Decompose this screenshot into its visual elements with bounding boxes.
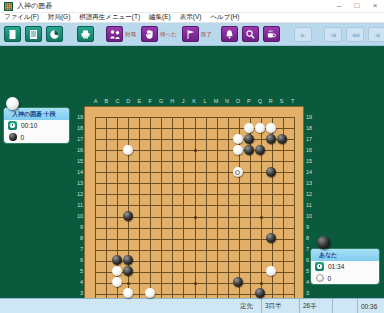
- board-point-S14[interactable]: [276, 167, 287, 178]
- board-point-B18[interactable]: [101, 123, 112, 134]
- board-point-E18[interactable]: [134, 123, 145, 134]
- board-point-J19[interactable]: [178, 112, 189, 123]
- board-point-B13[interactable]: [101, 178, 112, 189]
- board-point-E3[interactable]: [134, 287, 145, 298]
- board-point-E6[interactable]: [134, 254, 145, 265]
- board-point-G13[interactable]: [156, 178, 167, 189]
- board-point-R3[interactable]: [265, 287, 276, 298]
- board-point-L17[interactable]: [199, 134, 210, 145]
- board-point-R17[interactable]: [265, 134, 276, 145]
- board-point-Q11[interactable]: [254, 200, 265, 211]
- board-point-C10[interactable]: [112, 211, 123, 222]
- board-point-A7[interactable]: [90, 243, 101, 254]
- board-point-S19[interactable]: [276, 112, 287, 123]
- board-point-K13[interactable]: [189, 178, 200, 189]
- board-point-A4[interactable]: [90, 276, 101, 287]
- board-point-P13[interactable]: [243, 178, 254, 189]
- board-point-R16[interactable]: [265, 145, 276, 156]
- board-point-J7[interactable]: [178, 243, 189, 254]
- board-point-O1[interactable]: [232, 309, 243, 313]
- board-point-K14[interactable]: [189, 167, 200, 178]
- board-point-D18[interactable]: [123, 123, 134, 134]
- board-point-T1[interactable]: [287, 309, 298, 313]
- board-point-A1[interactable]: [90, 309, 101, 313]
- board-point-K10[interactable]: [189, 211, 200, 222]
- close-button[interactable]: ×: [366, 0, 384, 12]
- board-point-S3[interactable]: [276, 287, 287, 298]
- board-point-O3[interactable]: [232, 287, 243, 298]
- play-button[interactable]: ▶: [294, 27, 312, 42]
- board-point-K7[interactable]: [189, 243, 200, 254]
- board-point-K11[interactable]: [189, 200, 200, 211]
- board-point-G7[interactable]: [156, 243, 167, 254]
- board-point-A17[interactable]: [90, 134, 101, 145]
- board-point-T2[interactable]: [287, 298, 298, 309]
- board-point-G12[interactable]: [156, 189, 167, 200]
- board-point-K19[interactable]: [189, 112, 200, 123]
- maximize-button[interactable]: □: [348, 0, 366, 12]
- board-point-F11[interactable]: [145, 200, 156, 211]
- board-point-R6[interactable]: [265, 254, 276, 265]
- board-point-L10[interactable]: [199, 211, 210, 222]
- board-point-B7[interactable]: [101, 243, 112, 254]
- board-point-S8[interactable]: [276, 232, 287, 243]
- board-point-E9[interactable]: [134, 221, 145, 232]
- board-point-N8[interactable]: [221, 232, 232, 243]
- board-point-J9[interactable]: [178, 221, 189, 232]
- board-point-C16[interactable]: [112, 145, 123, 156]
- board-point-F16[interactable]: [145, 145, 156, 156]
- board-point-N7[interactable]: [221, 243, 232, 254]
- board-point-M6[interactable]: [210, 254, 221, 265]
- board-point-M4[interactable]: [210, 276, 221, 287]
- board-point-D13[interactable]: [123, 178, 134, 189]
- board-point-A13[interactable]: [90, 178, 101, 189]
- board-point-L5[interactable]: [199, 265, 210, 276]
- menu-item-0[interactable]: ファイル(F): [4, 13, 39, 22]
- board-point-J5[interactable]: [178, 265, 189, 276]
- board-point-N17[interactable]: [221, 134, 232, 145]
- board-point-H15[interactable]: [167, 156, 178, 167]
- board-point-F19[interactable]: [145, 112, 156, 123]
- board-point-O19[interactable]: [232, 112, 243, 123]
- board-point-F15[interactable]: [145, 156, 156, 167]
- board-point-O14[interactable]: [232, 167, 243, 178]
- board-point-S17[interactable]: [276, 134, 287, 145]
- board-point-S7[interactable]: [276, 243, 287, 254]
- board-point-T18[interactable]: [287, 123, 298, 134]
- board-point-K17[interactable]: [189, 134, 200, 145]
- board-point-C6[interactable]: [112, 254, 123, 265]
- board-point-L3[interactable]: [199, 287, 210, 298]
- board-point-T9[interactable]: [287, 221, 298, 232]
- board-point-J6[interactable]: [178, 254, 189, 265]
- board-point-M10[interactable]: [210, 211, 221, 222]
- board-point-O2[interactable]: [232, 298, 243, 309]
- board-point-J2[interactable]: [178, 298, 189, 309]
- board-point-C3[interactable]: [112, 287, 123, 298]
- board-point-O17[interactable]: [232, 134, 243, 145]
- board-point-J13[interactable]: [178, 178, 189, 189]
- board-point-P10[interactable]: [243, 211, 254, 222]
- board-point-E10[interactable]: [134, 211, 145, 222]
- board-point-N18[interactable]: [221, 123, 232, 134]
- board-point-N4[interactable]: [221, 276, 232, 287]
- board-point-N12[interactable]: [221, 189, 232, 200]
- board-point-F12[interactable]: [145, 189, 156, 200]
- board-point-H7[interactable]: [167, 243, 178, 254]
- board-point-R1[interactable]: [265, 309, 276, 313]
- board-point-N13[interactable]: [221, 178, 232, 189]
- board-point-L4[interactable]: [199, 276, 210, 287]
- board-point-R19[interactable]: [265, 112, 276, 123]
- board-point-R13[interactable]: [265, 178, 276, 189]
- board-point-K6[interactable]: [189, 254, 200, 265]
- board-point-L13[interactable]: [199, 178, 210, 189]
- board-point-E15[interactable]: [134, 156, 145, 167]
- board-point-E8[interactable]: [134, 232, 145, 243]
- board-point-D10[interactable]: [123, 211, 134, 222]
- board-point-S4[interactable]: [276, 276, 287, 287]
- board-point-M1[interactable]: [210, 309, 221, 313]
- board-point-D19[interactable]: [123, 112, 134, 123]
- board-point-H1[interactable]: [167, 309, 178, 313]
- board-point-T7[interactable]: [287, 243, 298, 254]
- hint-button[interactable]: [242, 26, 259, 42]
- board-point-B17[interactable]: [101, 134, 112, 145]
- board-point-C9[interactable]: [112, 221, 123, 232]
- board-point-Q2[interactable]: [254, 298, 265, 309]
- board-point-K5[interactable]: [189, 265, 200, 276]
- board-point-F2[interactable]: [145, 298, 156, 309]
- board-point-S11[interactable]: [276, 200, 287, 211]
- board-point-D1[interactable]: [123, 309, 134, 313]
- board-point-P19[interactable]: [243, 112, 254, 123]
- board-point-G1[interactable]: [156, 309, 167, 313]
- board-point-H19[interactable]: [167, 112, 178, 123]
- board-point-D14[interactable]: [123, 167, 134, 178]
- print-button[interactable]: [77, 26, 94, 42]
- board-point-O13[interactable]: [232, 178, 243, 189]
- board-point-G8[interactable]: [156, 232, 167, 243]
- board-point-L12[interactable]: [199, 189, 210, 200]
- board-point-J10[interactable]: [178, 211, 189, 222]
- board-point-N19[interactable]: [221, 112, 232, 123]
- board-point-N5[interactable]: [221, 265, 232, 276]
- board-point-D6[interactable]: [123, 254, 134, 265]
- board-point-G6[interactable]: [156, 254, 167, 265]
- board-point-H12[interactable]: [167, 189, 178, 200]
- board-point-P16[interactable]: [243, 145, 254, 156]
- board-point-E13[interactable]: [134, 178, 145, 189]
- board-point-P14[interactable]: [243, 167, 254, 178]
- board-point-L14[interactable]: [199, 167, 210, 178]
- board-point-A5[interactable]: [90, 265, 101, 276]
- board-point-A9[interactable]: [90, 221, 101, 232]
- board-point-M8[interactable]: [210, 232, 221, 243]
- board-point-P18[interactable]: [243, 123, 254, 134]
- board-point-D17[interactable]: [123, 134, 134, 145]
- board-point-Q4[interactable]: [254, 276, 265, 287]
- board-point-N15[interactable]: [221, 156, 232, 167]
- board-point-G17[interactable]: [156, 134, 167, 145]
- board-point-G5[interactable]: [156, 265, 167, 276]
- board-point-P12[interactable]: [243, 189, 254, 200]
- menu-item-3[interactable]: 編集(E): [149, 13, 171, 22]
- board-point-O8[interactable]: [232, 232, 243, 243]
- resign-button[interactable]: [182, 26, 199, 42]
- board-point-J8[interactable]: [178, 232, 189, 243]
- menu-item-1[interactable]: 対局(G): [48, 13, 70, 22]
- board-point-T6[interactable]: [287, 254, 298, 265]
- board-point-P8[interactable]: [243, 232, 254, 243]
- board-point-B12[interactable]: [101, 189, 112, 200]
- board-point-Q9[interactable]: [254, 221, 265, 232]
- board-point-B8[interactable]: [101, 232, 112, 243]
- board-point-Q5[interactable]: [254, 265, 265, 276]
- board-point-O18[interactable]: [232, 123, 243, 134]
- board-point-P4[interactable]: [243, 276, 254, 287]
- board-point-P17[interactable]: [243, 134, 254, 145]
- board-point-T8[interactable]: [287, 232, 298, 243]
- board-point-N9[interactable]: [221, 221, 232, 232]
- board-point-S1[interactable]: [276, 309, 287, 313]
- board-point-O6[interactable]: [232, 254, 243, 265]
- board-point-M3[interactable]: [210, 287, 221, 298]
- board-point-M15[interactable]: [210, 156, 221, 167]
- board-point-R5[interactable]: [265, 265, 276, 276]
- board-point-A12[interactable]: [90, 189, 101, 200]
- board-point-L19[interactable]: [199, 112, 210, 123]
- board-point-S9[interactable]: [276, 221, 287, 232]
- board-point-Q18[interactable]: [254, 123, 265, 134]
- board-point-B10[interactable]: [101, 211, 112, 222]
- board-point-A10[interactable]: [90, 211, 101, 222]
- board-point-P11[interactable]: [243, 200, 254, 211]
- board-point-S18[interactable]: [276, 123, 287, 134]
- board-point-B1[interactable]: [101, 309, 112, 313]
- board-point-Q1[interactable]: [254, 309, 265, 313]
- board-point-E5[interactable]: [134, 265, 145, 276]
- board-point-T5[interactable]: [287, 265, 298, 276]
- board-point-J15[interactable]: [178, 156, 189, 167]
- board-point-F4[interactable]: [145, 276, 156, 287]
- board-point-O9[interactable]: [232, 221, 243, 232]
- board-point-H14[interactable]: [167, 167, 178, 178]
- board-point-M7[interactable]: [210, 243, 221, 254]
- board-point-G19[interactable]: [156, 112, 167, 123]
- board-point-G11[interactable]: [156, 200, 167, 211]
- board-point-A19[interactable]: [90, 112, 101, 123]
- board-point-N16[interactable]: [221, 145, 232, 156]
- board-point-M13[interactable]: [210, 178, 221, 189]
- menu-item-2[interactable]: 棋譜再生メニュー(T): [79, 13, 140, 22]
- board-point-J12[interactable]: [178, 189, 189, 200]
- board-point-N1[interactable]: [221, 309, 232, 313]
- board-point-P7[interactable]: [243, 243, 254, 254]
- board-point-Q13[interactable]: [254, 178, 265, 189]
- board-point-J1[interactable]: [178, 309, 189, 313]
- board-point-R7[interactable]: [265, 243, 276, 254]
- board-point-O15[interactable]: [232, 156, 243, 167]
- board-point-M16[interactable]: [210, 145, 221, 156]
- board-point-R4[interactable]: [265, 276, 276, 287]
- board-point-G10[interactable]: [156, 211, 167, 222]
- board-point-C4[interactable]: [112, 276, 123, 287]
- board-point-B2[interactable]: [101, 298, 112, 309]
- board-point-S16[interactable]: [276, 145, 287, 156]
- board-point-R2[interactable]: [265, 298, 276, 309]
- board-point-E4[interactable]: [134, 276, 145, 287]
- step-back-button[interactable]: |◀: [324, 27, 342, 42]
- board-point-O10[interactable]: [232, 211, 243, 222]
- board-point-K4[interactable]: [189, 276, 200, 287]
- board-point-Q10[interactable]: [254, 211, 265, 222]
- board-point-H16[interactable]: [167, 145, 178, 156]
- alarm-button[interactable]: [221, 26, 238, 42]
- board-point-C11[interactable]: [112, 200, 123, 211]
- to-start-button[interactable]: ◀|: [368, 27, 384, 42]
- board-point-K18[interactable]: [189, 123, 200, 134]
- board-point-T16[interactable]: [287, 145, 298, 156]
- board-point-D15[interactable]: [123, 156, 134, 167]
- board-point-E16[interactable]: [134, 145, 145, 156]
- board-point-J4[interactable]: [178, 276, 189, 287]
- board-point-D7[interactable]: [123, 243, 134, 254]
- board-point-T4[interactable]: [287, 276, 298, 287]
- board-point-C17[interactable]: [112, 134, 123, 145]
- board-point-K1[interactable]: [189, 309, 200, 313]
- board-point-E12[interactable]: [134, 189, 145, 200]
- board-point-R14[interactable]: [265, 167, 276, 178]
- board-point-G4[interactable]: [156, 276, 167, 287]
- board-point-L9[interactable]: [199, 221, 210, 232]
- board-point-N2[interactable]: [221, 298, 232, 309]
- board-point-L7[interactable]: [199, 243, 210, 254]
- board-point-H6[interactable]: [167, 254, 178, 265]
- new-button[interactable]: [4, 26, 21, 42]
- board-point-J18[interactable]: [178, 123, 189, 134]
- board-point-T15[interactable]: [287, 156, 298, 167]
- board-point-E19[interactable]: [134, 112, 145, 123]
- board-point-T12[interactable]: [287, 189, 298, 200]
- board-point-E14[interactable]: [134, 167, 145, 178]
- open-button[interactable]: [25, 26, 42, 42]
- board-point-E2[interactable]: [134, 298, 145, 309]
- board-point-B6[interactable]: [101, 254, 112, 265]
- board-point-T10[interactable]: [287, 211, 298, 222]
- board-point-L11[interactable]: [199, 200, 210, 211]
- board-point-O4[interactable]: [232, 276, 243, 287]
- board-point-L8[interactable]: [199, 232, 210, 243]
- board-point-B11[interactable]: [101, 200, 112, 211]
- menu-item-5[interactable]: ヘルプ(H): [210, 13, 239, 22]
- board-point-D3[interactable]: [123, 287, 134, 298]
- board-point-J14[interactable]: [178, 167, 189, 178]
- board-point-G18[interactable]: [156, 123, 167, 134]
- board-point-J3[interactable]: [178, 287, 189, 298]
- board-point-Q6[interactable]: [254, 254, 265, 265]
- board-point-Q7[interactable]: [254, 243, 265, 254]
- board-point-N6[interactable]: [221, 254, 232, 265]
- board-point-J17[interactable]: [178, 134, 189, 145]
- board-point-M19[interactable]: [210, 112, 221, 123]
- board-point-K15[interactable]: [189, 156, 200, 167]
- board-point-D16[interactable]: [123, 145, 134, 156]
- board-point-G2[interactable]: [156, 298, 167, 309]
- board-point-G3[interactable]: [156, 287, 167, 298]
- board-point-A11[interactable]: [90, 200, 101, 211]
- board-point-S10[interactable]: [276, 211, 287, 222]
- board-point-F1[interactable]: [145, 309, 156, 313]
- board-point-S6[interactable]: [276, 254, 287, 265]
- board-point-A16[interactable]: [90, 145, 101, 156]
- board-point-C12[interactable]: [112, 189, 123, 200]
- board-point-H5[interactable]: [167, 265, 178, 276]
- board-point-G9[interactable]: [156, 221, 167, 232]
- board-point-D11[interactable]: [123, 200, 134, 211]
- board-point-Q19[interactable]: [254, 112, 265, 123]
- board-point-C19[interactable]: [112, 112, 123, 123]
- board-point-P2[interactable]: [243, 298, 254, 309]
- board-point-D4[interactable]: [123, 276, 134, 287]
- board-point-C15[interactable]: [112, 156, 123, 167]
- board-point-J16[interactable]: [178, 145, 189, 156]
- board-point-E7[interactable]: [134, 243, 145, 254]
- board-point-S5[interactable]: [276, 265, 287, 276]
- board-point-B16[interactable]: [101, 145, 112, 156]
- board-point-P1[interactable]: [243, 309, 254, 313]
- board-point-E1[interactable]: [134, 309, 145, 313]
- board-point-C1[interactable]: [112, 309, 123, 313]
- board-point-B15[interactable]: [101, 156, 112, 167]
- board-point-H13[interactable]: [167, 178, 178, 189]
- board-point-M14[interactable]: [210, 167, 221, 178]
- board-point-J11[interactable]: [178, 200, 189, 211]
- board-point-R10[interactable]: [265, 211, 276, 222]
- board-point-F17[interactable]: [145, 134, 156, 145]
- board-point-P5[interactable]: [243, 265, 254, 276]
- board-point-O5[interactable]: [232, 265, 243, 276]
- board-point-B19[interactable]: [101, 112, 112, 123]
- board-point-Q15[interactable]: [254, 156, 265, 167]
- board-point-H8[interactable]: [167, 232, 178, 243]
- board-point-L15[interactable]: [199, 156, 210, 167]
- board-point-C7[interactable]: [112, 243, 123, 254]
- board-point-S13[interactable]: [276, 178, 287, 189]
- board-point-R9[interactable]: [265, 221, 276, 232]
- board-point-C2[interactable]: [112, 298, 123, 309]
- chart-button[interactable]: [46, 26, 63, 42]
- board-point-H9[interactable]: [167, 221, 178, 232]
- board-point-M11[interactable]: [210, 200, 221, 211]
- board-point-N14[interactable]: [221, 167, 232, 178]
- board-point-Q3[interactable]: [254, 287, 265, 298]
- board-point-F8[interactable]: [145, 232, 156, 243]
- board-point-T11[interactable]: [287, 200, 298, 211]
- rewind-button[interactable]: ◀◀: [346, 27, 364, 42]
- board-point-F5[interactable]: [145, 265, 156, 276]
- board-point-N3[interactable]: [221, 287, 232, 298]
- board-point-K12[interactable]: [189, 189, 200, 200]
- board-point-T14[interactable]: [287, 167, 298, 178]
- break-button[interactable]: [263, 26, 280, 42]
- menu-item-4[interactable]: 表示(V): [180, 13, 202, 22]
- board-point-D2[interactable]: [123, 298, 134, 309]
- board-point-C5[interactable]: [112, 265, 123, 276]
- board-point-T13[interactable]: [287, 178, 298, 189]
- board-point-D9[interactable]: [123, 221, 134, 232]
